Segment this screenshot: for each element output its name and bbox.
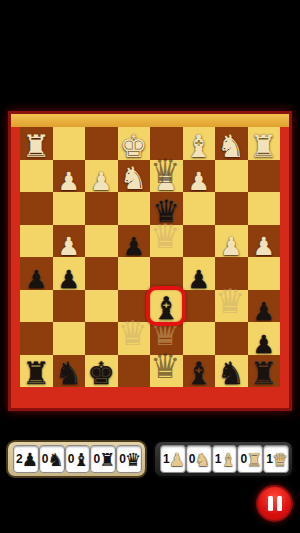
- square-c5[interactable]: [85, 257, 118, 290]
- square-h7[interactable]: ♟: [248, 322, 281, 355]
- captured-counter-queen: 1♛: [263, 445, 289, 473]
- black-pawn: ♟: [253, 299, 275, 324]
- white-bishop: ♝: [185, 131, 213, 162]
- queen-icon: ♛: [272, 451, 288, 469]
- white-rook: ♜: [22, 131, 50, 162]
- square-f4[interactable]: [183, 225, 216, 258]
- captured-counter-queen: 0♛: [116, 445, 142, 473]
- square-c8[interactable]: ♚: [85, 355, 118, 388]
- square-h3[interactable]: [248, 192, 281, 225]
- knight-icon: ♞: [195, 451, 211, 469]
- captured-black-pieces-tray: 2♟0♞0♝0♜0♛: [6, 440, 147, 478]
- captured-counter-rook: 0♜: [90, 445, 116, 473]
- square-e5[interactable]: [150, 257, 183, 290]
- square-a2[interactable]: [20, 160, 53, 193]
- square-f7[interactable]: [183, 322, 216, 355]
- black-pawn: ♟: [123, 234, 145, 259]
- square-f1[interactable]: ♝: [183, 127, 216, 160]
- captured-counter-knight: 0♞: [186, 445, 212, 473]
- square-g3[interactable]: [215, 192, 248, 225]
- square-f3[interactable]: [183, 192, 216, 225]
- captured-counter-bishop: 0♝: [65, 445, 91, 473]
- bishop-icon: ♝: [73, 451, 89, 469]
- black-rook: ♜: [22, 358, 50, 389]
- square-b1[interactable]: [53, 127, 86, 160]
- square-e7[interactable]: [150, 322, 183, 355]
- square-c3[interactable]: [85, 192, 118, 225]
- square-h6[interactable]: ♟: [248, 290, 281, 323]
- square-f5[interactable]: ♟: [183, 257, 216, 290]
- square-d1[interactable]: ♚: [118, 127, 151, 160]
- chess-board: ♜♚♝♞♜♟♟♞♟♟♛♟♟♟♟♟♟♟♝♟♟♜♞♚♝♞♜: [20, 127, 280, 387]
- square-h4[interactable]: ♟: [248, 225, 281, 258]
- square-a6[interactable]: [20, 290, 53, 323]
- square-c6[interactable]: [85, 290, 118, 323]
- square-g8[interactable]: ♞: [215, 355, 248, 388]
- black-pawn: ♟: [25, 267, 47, 292]
- white-king: ♚: [120, 131, 148, 162]
- square-d8[interactable]: [118, 355, 151, 388]
- rook-icon: ♜: [246, 451, 262, 469]
- square-e4[interactable]: [150, 225, 183, 258]
- black-pawn: ♟: [58, 267, 80, 292]
- square-g5[interactable]: [215, 257, 248, 290]
- rook-icon: ♜: [99, 451, 115, 469]
- square-e8[interactable]: [150, 355, 183, 388]
- square-b2[interactable]: ♟: [53, 160, 86, 193]
- square-h5[interactable]: [248, 257, 281, 290]
- square-e1[interactable]: [150, 127, 183, 160]
- square-d6[interactable]: [118, 290, 151, 323]
- white-rook: ♜: [250, 131, 278, 162]
- captured-counter-pawn: 2♟: [13, 445, 39, 473]
- white-pawn: ♟: [90, 169, 112, 194]
- square-a8[interactable]: ♜: [20, 355, 53, 388]
- pause-icon: [268, 496, 273, 511]
- pause-icon: [277, 496, 282, 511]
- white-knight: ♞: [217, 131, 245, 162]
- pawn-icon: ♟: [169, 451, 185, 469]
- square-g4[interactable]: ♟: [215, 225, 248, 258]
- square-c7[interactable]: [85, 322, 118, 355]
- white-pawn: ♟: [155, 169, 177, 194]
- square-g2[interactable]: [215, 160, 248, 193]
- black-queen: ♛: [152, 196, 180, 227]
- white-pawn: ♟: [253, 234, 275, 259]
- bishop-icon: ♝: [220, 451, 236, 469]
- square-d5[interactable]: [118, 257, 151, 290]
- square-b8[interactable]: ♞: [53, 355, 86, 388]
- square-b6[interactable]: [53, 290, 86, 323]
- square-c1[interactable]: [85, 127, 118, 160]
- square-f6[interactable]: [183, 290, 216, 323]
- square-d4[interactable]: ♟: [118, 225, 151, 258]
- captured-counter-bishop: 1♝: [212, 445, 238, 473]
- white-pawn: ♟: [188, 169, 210, 194]
- black-bishop: ♝: [152, 293, 180, 324]
- square-a7[interactable]: [20, 322, 53, 355]
- square-h1[interactable]: ♜: [248, 127, 281, 160]
- white-pawn: ♟: [220, 234, 242, 259]
- captured-counter-rook: 0♜: [237, 445, 263, 473]
- black-king: ♚: [87, 358, 115, 389]
- square-b7[interactable]: [53, 322, 86, 355]
- board-frame-top-stripe: [11, 114, 289, 127]
- black-knight: ♞: [55, 358, 83, 389]
- captured-counter-knight: 0♞: [39, 445, 65, 473]
- square-c4[interactable]: [85, 225, 118, 258]
- square-g7[interactable]: [215, 322, 248, 355]
- square-a3[interactable]: [20, 192, 53, 225]
- black-bishop: ♝: [185, 358, 213, 389]
- knight-icon: ♞: [48, 451, 64, 469]
- black-knight: ♞: [217, 358, 245, 389]
- square-d2[interactable]: ♞: [118, 160, 151, 193]
- square-h2[interactable]: [248, 160, 281, 193]
- square-d7[interactable]: [118, 322, 151, 355]
- white-pawn: ♟: [58, 169, 80, 194]
- square-b3[interactable]: [53, 192, 86, 225]
- square-b5[interactable]: ♟: [53, 257, 86, 290]
- square-e3[interactable]: ♛: [150, 192, 183, 225]
- captured-counter-pawn: 1♟: [160, 445, 186, 473]
- square-f2[interactable]: ♟: [183, 160, 216, 193]
- square-a5[interactable]: ♟: [20, 257, 53, 290]
- pause-button[interactable]: [256, 485, 293, 522]
- square-g6[interactable]: [215, 290, 248, 323]
- black-pawn: ♟: [253, 332, 275, 357]
- captured-white-pieces-tray: 1♟0♞1♝0♜1♛: [153, 440, 294, 478]
- square-b4[interactable]: ♟: [53, 225, 86, 258]
- square-c2[interactable]: ♟: [85, 160, 118, 193]
- app-screen: ♜♚♝♞♜♟♟♞♟♟♛♟♟♟♟♟♟♟♝♟♟♜♞♚♝♞♜ ♛♛♛♛♛♛ 2♟0♞0…: [0, 0, 300, 533]
- square-e6[interactable]: ♝: [150, 290, 183, 323]
- white-pawn: ♟: [58, 234, 80, 259]
- black-pawn: ♟: [188, 267, 210, 292]
- square-g1[interactable]: ♞: [215, 127, 248, 160]
- square-a4[interactable]: [20, 225, 53, 258]
- square-h8[interactable]: ♜: [248, 355, 281, 388]
- square-a1[interactable]: ♜: [20, 127, 53, 160]
- square-d3[interactable]: [118, 192, 151, 225]
- square-e2[interactable]: ♟: [150, 160, 183, 193]
- square-f8[interactable]: ♝: [183, 355, 216, 388]
- pawn-icon: ♟: [22, 451, 38, 469]
- white-knight: ♞: [120, 163, 148, 194]
- queen-icon: ♛: [125, 451, 141, 469]
- black-rook: ♜: [250, 358, 278, 389]
